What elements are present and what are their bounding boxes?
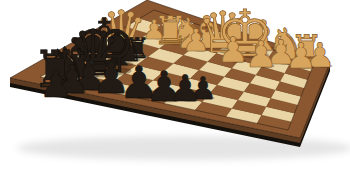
piece-g7-black-p: ♟ [169, 67, 202, 110]
piece-g2-white-p: ♟ [285, 35, 316, 76]
chess-set-product-photo: ♟♟♜♞♝♝♟♛♛♚♜♞♞♜♟♟♝♟♟♟♚♛♝♞♜♟♟♟♟♟♟♟♟ [0, 0, 350, 177]
chess-board-scene: ♟♟♜♞♝♝♟♛♛♚♜♞♞♜♟♟♝♟♟♟♚♛♝♞♜♟♟♟♟♟♟♟♟ [0, 0, 350, 177]
piece-a7-black-p: ♟ [39, 62, 73, 106]
piece-e2-white-p: ♟ [245, 33, 278, 76]
